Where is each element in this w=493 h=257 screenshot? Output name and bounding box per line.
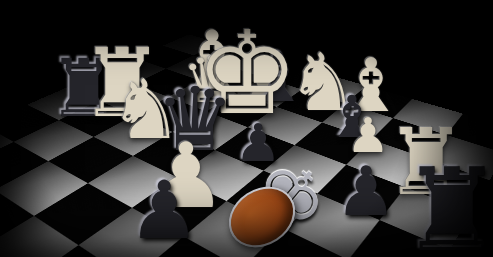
black-pawn: ♟	[336, 158, 397, 226]
chess-scene: ♜♜♞♝♛♚♛♝♟♞♝♝♟♜♟♟♟♟♜♚	[0, 0, 493, 257]
pieces-layer: ♜♜♞♝♛♚♛♝♟♞♝♝♟♜♟♟♟♟♜♚	[0, 0, 493, 257]
black-rook: ♜	[400, 153, 493, 257]
black-pawn: ♟	[128, 171, 200, 251]
